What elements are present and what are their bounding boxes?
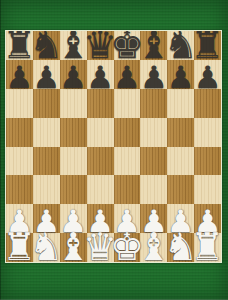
square-h1[interactable]: ♜ bbox=[194, 233, 221, 262]
square-b7[interactable]: ♟ bbox=[33, 60, 60, 89]
square-c5[interactable] bbox=[60, 118, 87, 147]
piece-black-pawn[interactable]: ♟ bbox=[6, 62, 34, 93]
square-f7[interactable]: ♟ bbox=[140, 60, 167, 89]
square-d3[interactable] bbox=[87, 175, 114, 204]
piece-white-rook[interactable]: ♜ bbox=[191, 228, 222, 263]
square-c4[interactable] bbox=[60, 147, 87, 176]
piece-black-pawn[interactable]: ♟ bbox=[194, 62, 222, 93]
square-f4[interactable] bbox=[140, 147, 167, 176]
piece-black-pawn[interactable]: ♟ bbox=[167, 62, 195, 93]
square-f5[interactable] bbox=[140, 118, 167, 147]
square-a3[interactable] bbox=[6, 175, 33, 204]
square-h8[interactable]: ♜ bbox=[194, 31, 221, 60]
square-h4[interactable] bbox=[194, 147, 221, 176]
square-e4[interactable] bbox=[114, 147, 141, 176]
square-h5[interactable] bbox=[194, 118, 221, 147]
square-d7[interactable]: ♟ bbox=[87, 60, 114, 89]
piece-black-pawn[interactable]: ♟ bbox=[86, 62, 114, 93]
chess-board: ♜♞♝♛♚♝♞♜♟♟♟♟♟♟♟♟♟♟♟♟♟♟♟♟♜♞♝♛♚♝♞♜ bbox=[5, 30, 222, 263]
table-felt: ♜♞♝♛♚♝♞♜♟♟♟♟♟♟♟♟♟♟♟♟♟♟♟♟♜♞♝♛♚♝♞♜ bbox=[0, 0, 228, 300]
square-d4[interactable] bbox=[87, 147, 114, 176]
square-h3[interactable] bbox=[194, 175, 221, 204]
piece-black-pawn[interactable]: ♟ bbox=[113, 62, 141, 93]
square-a4[interactable] bbox=[6, 147, 33, 176]
piece-black-pawn[interactable]: ♟ bbox=[32, 62, 60, 93]
square-f3[interactable] bbox=[140, 175, 167, 204]
square-d5[interactable] bbox=[87, 118, 114, 147]
square-e7[interactable]: ♟ bbox=[114, 60, 141, 89]
square-c3[interactable] bbox=[60, 175, 87, 204]
square-g3[interactable] bbox=[167, 175, 194, 204]
piece-black-pawn[interactable]: ♟ bbox=[59, 62, 87, 93]
square-e3[interactable] bbox=[114, 175, 141, 204]
square-a7[interactable]: ♟ bbox=[6, 60, 33, 89]
square-b3[interactable] bbox=[33, 175, 60, 204]
square-g5[interactable] bbox=[167, 118, 194, 147]
square-g4[interactable] bbox=[167, 147, 194, 176]
square-a5[interactable] bbox=[6, 118, 33, 147]
square-c7[interactable]: ♟ bbox=[60, 60, 87, 89]
square-b5[interactable] bbox=[33, 118, 60, 147]
square-h7[interactable]: ♟ bbox=[194, 60, 221, 89]
piece-black-pawn[interactable]: ♟ bbox=[140, 62, 168, 93]
square-e5[interactable] bbox=[114, 118, 141, 147]
square-g7[interactable]: ♟ bbox=[167, 60, 194, 89]
square-b4[interactable] bbox=[33, 147, 60, 176]
